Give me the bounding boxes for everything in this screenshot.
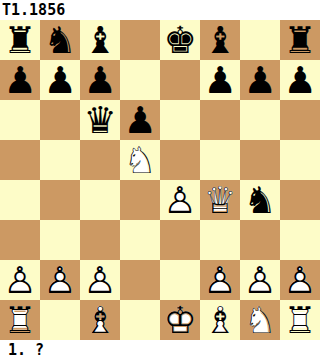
square-a3[interactable]	[0, 220, 40, 260]
square-d5[interactable]: ♞♘	[120, 140, 160, 180]
black-piece-glyph: ♚	[160, 20, 200, 60]
square-a5[interactable]	[0, 140, 40, 180]
piece-black-pawn[interactable]: ♟	[280, 60, 320, 100]
square-d1[interactable]	[120, 300, 160, 340]
white-piece-outline: ♙	[40, 260, 80, 300]
square-b5[interactable]	[40, 140, 80, 180]
square-f7[interactable]: ♟	[200, 60, 240, 100]
square-h3[interactable]	[280, 220, 320, 260]
square-h2[interactable]: ♟♙	[280, 260, 320, 300]
white-piece-outline: ♕	[200, 180, 240, 220]
black-piece-glyph: ♟	[280, 60, 320, 100]
piece-black-pawn[interactable]: ♟	[240, 60, 280, 100]
white-piece-outline: ♙	[160, 180, 200, 220]
square-e4[interactable]: ♟♙	[160, 180, 200, 220]
piece-black-pawn[interactable]: ♟	[80, 60, 120, 100]
white-piece-outline: ♔	[160, 300, 200, 340]
piece-white-pawn[interactable]: ♟♙	[240, 260, 280, 300]
piece-white-knight[interactable]: ♞♘	[120, 140, 160, 180]
square-f3[interactable]	[200, 220, 240, 260]
piece-white-pawn[interactable]: ♟♙	[200, 260, 240, 300]
piece-white-pawn[interactable]: ♟♙	[0, 260, 40, 300]
piece-black-pawn[interactable]: ♟	[0, 60, 40, 100]
white-piece-outline: ♖	[0, 300, 40, 340]
square-g7[interactable]: ♟	[240, 60, 280, 100]
piece-black-pawn[interactable]: ♟	[40, 60, 80, 100]
square-h7[interactable]: ♟	[280, 60, 320, 100]
square-d4[interactable]	[120, 180, 160, 220]
square-h4[interactable]	[280, 180, 320, 220]
piece-black-queen[interactable]: ♛	[80, 100, 120, 140]
piece-black-bishop[interactable]: ♝	[80, 20, 120, 60]
white-piece-outline: ♙	[200, 260, 240, 300]
square-g8[interactable]	[240, 20, 280, 60]
square-b7[interactable]: ♟	[40, 60, 80, 100]
black-piece-glyph: ♞	[240, 180, 280, 220]
square-b8[interactable]: ♞	[40, 20, 80, 60]
square-e3[interactable]	[160, 220, 200, 260]
black-piece-glyph: ♜	[0, 20, 40, 60]
piece-white-bishop[interactable]: ♝♗	[80, 300, 120, 340]
piece-black-rook[interactable]: ♜	[280, 20, 320, 60]
black-piece-glyph: ♝	[200, 20, 240, 60]
square-b3[interactable]	[40, 220, 80, 260]
piece-white-rook[interactable]: ♜♖	[280, 300, 320, 340]
white-piece-outline: ♘	[120, 140, 160, 180]
square-c2[interactable]: ♟♙	[80, 260, 120, 300]
white-piece-outline: ♙	[280, 260, 320, 300]
square-d3[interactable]	[120, 220, 160, 260]
piece-black-king[interactable]: ♚	[160, 20, 200, 60]
piece-white-bishop[interactable]: ♝♗	[200, 300, 240, 340]
piece-black-knight[interactable]: ♞	[240, 180, 280, 220]
square-g2[interactable]: ♟♙	[240, 260, 280, 300]
white-piece-outline: ♗	[80, 300, 120, 340]
square-e5[interactable]	[160, 140, 200, 180]
piece-black-rook[interactable]: ♜	[0, 20, 40, 60]
piece-white-pawn[interactable]: ♟♙	[80, 260, 120, 300]
piece-black-pawn[interactable]: ♟	[120, 100, 160, 140]
square-a8[interactable]: ♜	[0, 20, 40, 60]
black-piece-glyph: ♟	[240, 60, 280, 100]
piece-white-king[interactable]: ♚♔	[160, 300, 200, 340]
square-e8[interactable]: ♚	[160, 20, 200, 60]
piece-white-pawn[interactable]: ♟♙	[40, 260, 80, 300]
square-d6[interactable]: ♟	[120, 100, 160, 140]
square-c4[interactable]	[80, 180, 120, 220]
square-a7[interactable]: ♟	[0, 60, 40, 100]
square-a6[interactable]	[0, 100, 40, 140]
square-c7[interactable]: ♟	[80, 60, 120, 100]
piece-white-queen[interactable]: ♛♕	[200, 180, 240, 220]
square-a2[interactable]: ♟♙	[0, 260, 40, 300]
square-f5[interactable]	[200, 140, 240, 180]
square-e1[interactable]: ♚♔	[160, 300, 200, 340]
square-c8[interactable]: ♝	[80, 20, 120, 60]
square-b6[interactable]	[40, 100, 80, 140]
white-piece-outline: ♖	[280, 300, 320, 340]
square-a1[interactable]: ♜♖	[0, 300, 40, 340]
square-h1[interactable]: ♜♖	[280, 300, 320, 340]
square-a4[interactable]	[0, 180, 40, 220]
square-c3[interactable]	[80, 220, 120, 260]
move-prompt: 1. ?	[0, 340, 320, 360]
piece-white-pawn[interactable]: ♟♙	[160, 180, 200, 220]
chess-board[interactable]: ♜♞♝♚♝♜♟♟♟♟♟♟♛♟♞♘♟♙♛♕♞♟♙♟♙♟♙♟♙♟♙♟♙♜♖♝♗♚♔♝…	[0, 20, 320, 340]
white-piece-outline: ♙	[0, 260, 40, 300]
black-piece-glyph: ♜	[280, 20, 320, 60]
piece-white-pawn[interactable]: ♟♙	[280, 260, 320, 300]
square-d8[interactable]	[120, 20, 160, 60]
black-piece-glyph: ♝	[80, 20, 120, 60]
square-e7[interactable]	[160, 60, 200, 100]
piece-black-knight[interactable]: ♞	[40, 20, 80, 60]
square-c5[interactable]	[80, 140, 120, 180]
piece-white-rook[interactable]: ♜♖	[0, 300, 40, 340]
piece-black-pawn[interactable]: ♟	[200, 60, 240, 100]
square-b4[interactable]	[40, 180, 80, 220]
black-piece-glyph: ♟	[0, 60, 40, 100]
square-g3[interactable]	[240, 220, 280, 260]
piece-white-knight[interactable]: ♞♘	[240, 300, 280, 340]
chess-puzzle-window: T1.1856 ♜♞♝♚♝♜♟♟♟♟♟♟♛♟♞♘♟♙♛♕♞♟♙♟♙♟♙♟♙♟♙♟…	[0, 0, 320, 360]
black-piece-glyph: ♟	[120, 100, 160, 140]
square-d7[interactable]	[120, 60, 160, 100]
puzzle-title: T1.1856	[0, 0, 320, 20]
square-f8[interactable]: ♝	[200, 20, 240, 60]
square-g6[interactable]	[240, 100, 280, 140]
square-c6[interactable]: ♛	[80, 100, 120, 140]
square-b1[interactable]	[40, 300, 80, 340]
piece-black-bishop[interactable]: ♝	[200, 20, 240, 60]
black-piece-glyph: ♟	[200, 60, 240, 100]
square-f4[interactable]: ♛♕	[200, 180, 240, 220]
black-piece-glyph: ♞	[40, 20, 80, 60]
square-b2[interactable]: ♟♙	[40, 260, 80, 300]
square-e2[interactable]	[160, 260, 200, 300]
white-piece-outline: ♙	[80, 260, 120, 300]
square-h6[interactable]	[280, 100, 320, 140]
square-g5[interactable]	[240, 140, 280, 180]
square-c1[interactable]: ♝♗	[80, 300, 120, 340]
square-f2[interactable]: ♟♙	[200, 260, 240, 300]
square-g1[interactable]: ♞♘	[240, 300, 280, 340]
square-f6[interactable]	[200, 100, 240, 140]
white-piece-outline: ♘	[240, 300, 280, 340]
square-d2[interactable]	[120, 260, 160, 300]
square-f1[interactable]: ♝♗	[200, 300, 240, 340]
white-piece-outline: ♙	[240, 260, 280, 300]
square-e6[interactable]	[160, 100, 200, 140]
black-piece-glyph: ♟	[80, 60, 120, 100]
black-piece-glyph: ♛	[80, 100, 120, 140]
black-piece-glyph: ♟	[40, 60, 80, 100]
white-piece-outline: ♗	[200, 300, 240, 340]
square-h5[interactable]	[280, 140, 320, 180]
square-h8[interactable]: ♜	[280, 20, 320, 60]
square-g4[interactable]: ♞	[240, 180, 280, 220]
